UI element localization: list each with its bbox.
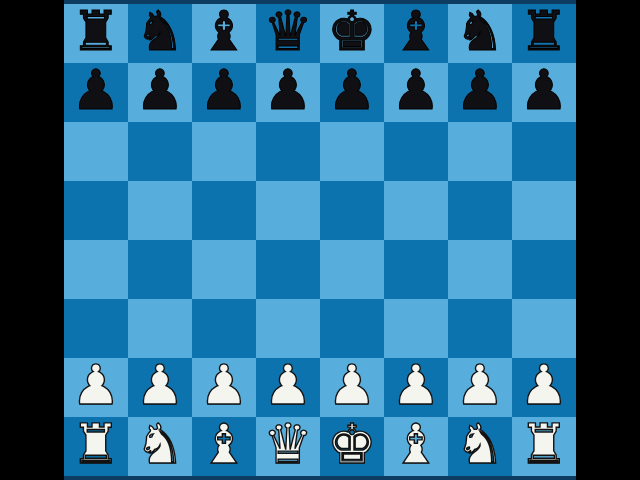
square-c4[interactable]	[192, 240, 256, 299]
square-a8[interactable]: ♜	[64, 4, 128, 63]
square-g6[interactable]	[448, 122, 512, 181]
square-h4[interactable]	[512, 240, 576, 299]
square-b8[interactable]: ♞	[128, 4, 192, 63]
square-c2[interactable]: ♟	[192, 358, 256, 417]
white-pawn: ♟	[384, 356, 448, 415]
square-b5[interactable]	[128, 181, 192, 240]
square-h5[interactable]	[512, 181, 576, 240]
square-f7[interactable]: ♟	[384, 63, 448, 122]
square-g2[interactable]: ♟	[448, 358, 512, 417]
square-a1[interactable]: ♜	[64, 417, 128, 476]
square-c8[interactable]: ♝	[192, 4, 256, 63]
square-g4[interactable]	[448, 240, 512, 299]
square-b1[interactable]: ♞	[128, 417, 192, 476]
black-king: ♚	[320, 2, 384, 61]
square-g5[interactable]	[448, 181, 512, 240]
white-rook: ♜	[64, 415, 128, 474]
square-h3[interactable]	[512, 299, 576, 358]
square-d7[interactable]: ♟	[256, 63, 320, 122]
square-g7[interactable]: ♟	[448, 63, 512, 122]
square-d8[interactable]: ♛	[256, 4, 320, 63]
black-pawn: ♟	[384, 61, 448, 120]
black-rook: ♜	[512, 2, 576, 61]
square-a5[interactable]	[64, 181, 128, 240]
square-f3[interactable]	[384, 299, 448, 358]
white-pawn: ♟	[128, 356, 192, 415]
square-h2[interactable]: ♟	[512, 358, 576, 417]
square-d6[interactable]	[256, 122, 320, 181]
square-c5[interactable]	[192, 181, 256, 240]
black-pawn: ♟	[512, 61, 576, 120]
square-g3[interactable]	[448, 299, 512, 358]
square-b6[interactable]	[128, 122, 192, 181]
square-e4[interactable]	[320, 240, 384, 299]
square-e1[interactable]: ♚	[320, 417, 384, 476]
white-pawn: ♟	[256, 356, 320, 415]
letterbox-right	[576, 0, 640, 480]
square-e7[interactable]: ♟	[320, 63, 384, 122]
black-pawn: ♟	[448, 61, 512, 120]
square-f4[interactable]	[384, 240, 448, 299]
letterbox-left	[0, 0, 64, 480]
square-d5[interactable]	[256, 181, 320, 240]
square-f8[interactable]: ♝	[384, 4, 448, 63]
square-b3[interactable]	[128, 299, 192, 358]
black-pawn: ♟	[320, 61, 384, 120]
square-f5[interactable]	[384, 181, 448, 240]
square-b2[interactable]: ♟	[128, 358, 192, 417]
white-pawn: ♟	[320, 356, 384, 415]
black-rook: ♜	[64, 2, 128, 61]
square-f2[interactable]: ♟	[384, 358, 448, 417]
square-a2[interactable]: ♟	[64, 358, 128, 417]
white-pawn: ♟	[448, 356, 512, 415]
square-c3[interactable]	[192, 299, 256, 358]
white-pawn: ♟	[512, 356, 576, 415]
chess-app-window: ♜♞♝♛♚♝♞♜♟♟♟♟♟♟♟♟♟♟♟♟♟♟♟♟♜♞♝♛♚♝♞♜	[0, 0, 640, 480]
square-a4[interactable]	[64, 240, 128, 299]
square-a7[interactable]: ♟	[64, 63, 128, 122]
black-knight: ♞	[128, 2, 192, 61]
square-e6[interactable]	[320, 122, 384, 181]
white-pawn: ♟	[64, 356, 128, 415]
white-knight: ♞	[128, 415, 192, 474]
square-h1[interactable]: ♜	[512, 417, 576, 476]
black-queen: ♛	[256, 2, 320, 61]
white-knight: ♞	[448, 415, 512, 474]
square-d4[interactable]	[256, 240, 320, 299]
square-f6[interactable]	[384, 122, 448, 181]
white-bishop: ♝	[384, 415, 448, 474]
white-king: ♚	[320, 415, 384, 474]
square-e3[interactable]	[320, 299, 384, 358]
white-rook: ♜	[512, 415, 576, 474]
square-d1[interactable]: ♛	[256, 417, 320, 476]
square-h8[interactable]: ♜	[512, 4, 576, 63]
white-bishop: ♝	[192, 415, 256, 474]
white-queen: ♛	[256, 415, 320, 474]
square-h6[interactable]	[512, 122, 576, 181]
square-g1[interactable]: ♞	[448, 417, 512, 476]
black-bishop: ♝	[192, 2, 256, 61]
square-e5[interactable]	[320, 181, 384, 240]
black-pawn: ♟	[64, 61, 128, 120]
white-pawn: ♟	[192, 356, 256, 415]
black-pawn: ♟	[192, 61, 256, 120]
board-frame: ♜♞♝♛♚♝♞♜♟♟♟♟♟♟♟♟♟♟♟♟♟♟♟♟♜♞♝♛♚♝♞♜	[64, 0, 576, 480]
square-e2[interactable]: ♟	[320, 358, 384, 417]
chess-board: ♜♞♝♛♚♝♞♜♟♟♟♟♟♟♟♟♟♟♟♟♟♟♟♟♜♞♝♛♚♝♞♜	[64, 4, 576, 476]
square-a6[interactable]	[64, 122, 128, 181]
square-h7[interactable]: ♟	[512, 63, 576, 122]
square-g8[interactable]: ♞	[448, 4, 512, 63]
square-e8[interactable]: ♚	[320, 4, 384, 63]
square-a3[interactable]	[64, 299, 128, 358]
black-pawn: ♟	[256, 61, 320, 120]
square-c7[interactable]: ♟	[192, 63, 256, 122]
black-pawn: ♟	[128, 61, 192, 120]
square-d2[interactable]: ♟	[256, 358, 320, 417]
black-knight: ♞	[448, 2, 512, 61]
square-f1[interactable]: ♝	[384, 417, 448, 476]
square-c1[interactable]: ♝	[192, 417, 256, 476]
square-d3[interactable]	[256, 299, 320, 358]
square-b7[interactable]: ♟	[128, 63, 192, 122]
black-bishop: ♝	[384, 2, 448, 61]
square-c6[interactable]	[192, 122, 256, 181]
square-b4[interactable]	[128, 240, 192, 299]
